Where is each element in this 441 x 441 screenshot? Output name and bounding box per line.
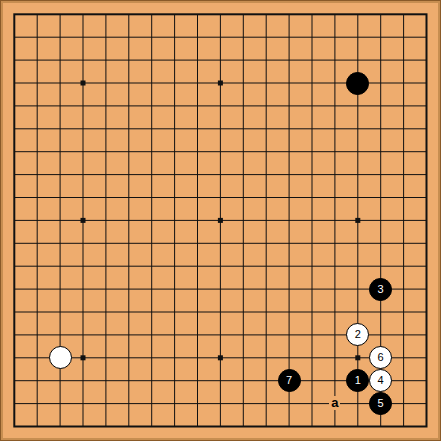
stone-white-2: 2 xyxy=(346,323,369,346)
stone-black-plain xyxy=(346,72,369,95)
stone-black-7: 7 xyxy=(278,369,301,392)
stone-layer: 1234567a xyxy=(3,3,438,438)
stone-white-4: 4 xyxy=(369,369,392,392)
point-label-a: a xyxy=(329,396,340,410)
stone-white-6: 6 xyxy=(369,346,392,369)
go-board: 1234567a xyxy=(0,0,441,441)
stone-black-1: 1 xyxy=(346,369,369,392)
stone-black-5: 5 xyxy=(369,392,392,415)
stone-black-3: 3 xyxy=(369,278,392,301)
stone-white-plain xyxy=(49,346,72,369)
